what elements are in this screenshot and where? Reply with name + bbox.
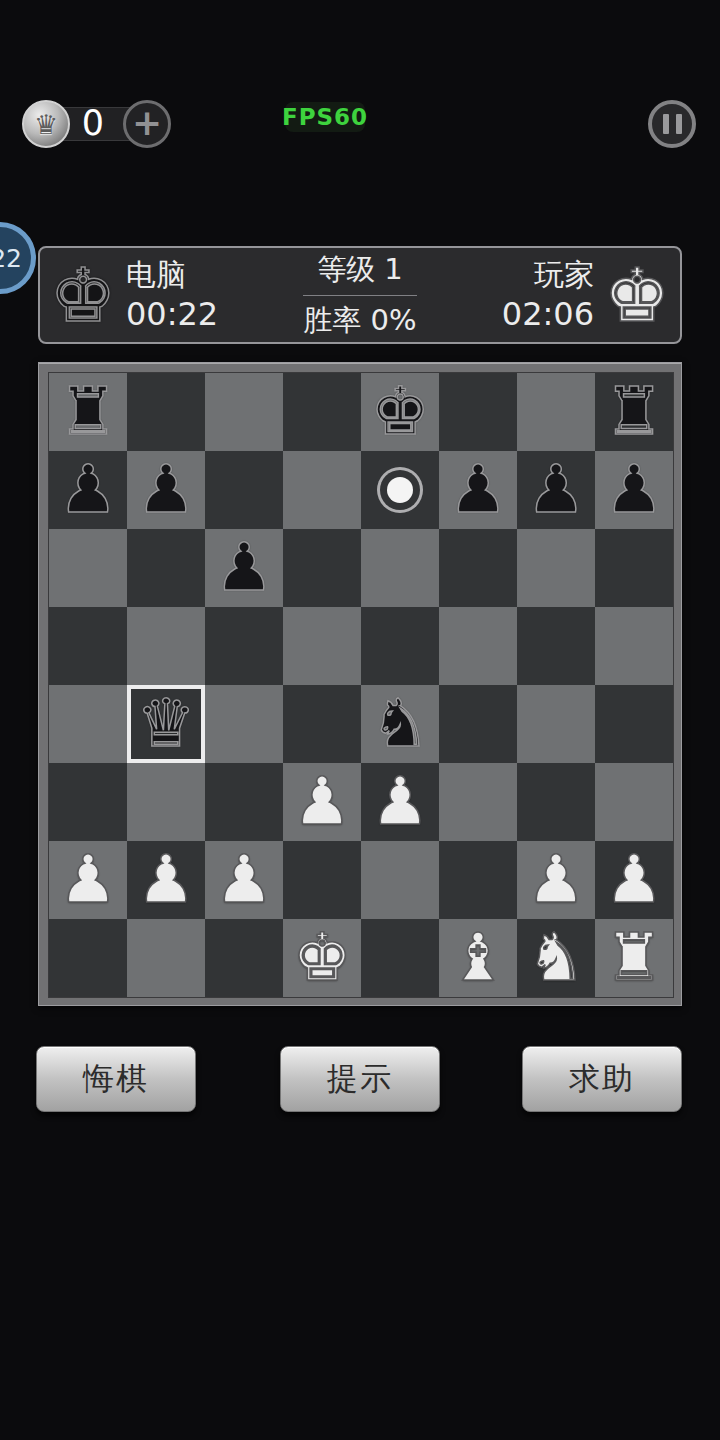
square-d7[interactable]	[283, 451, 361, 529]
square-a8[interactable]: ♜	[49, 373, 127, 451]
black-pawn: ♟	[136, 457, 195, 523]
square-b4[interactable]: ♛	[127, 685, 205, 763]
square-f1[interactable]: ♝	[439, 919, 517, 997]
square-c2[interactable]: ♟	[205, 841, 283, 919]
square-d4[interactable]	[283, 685, 361, 763]
square-e4[interactable]: ♞	[361, 685, 439, 763]
floating-side-badge[interactable]: 22	[0, 222, 36, 294]
square-d8[interactable]	[283, 373, 361, 451]
square-d1[interactable]: ♚	[283, 919, 361, 997]
square-h6[interactable]	[595, 529, 673, 607]
square-d5[interactable]	[283, 607, 361, 685]
square-e1[interactable]	[361, 919, 439, 997]
ask-help-button[interactable]: 求助	[522, 1046, 682, 1112]
black-pawn: ♟	[58, 457, 117, 523]
white-pawn: ♟	[370, 769, 429, 835]
computer-name: 电脑	[126, 256, 218, 294]
white-pawn: ♟	[526, 847, 585, 913]
square-a7[interactable]: ♟	[49, 451, 127, 529]
white-king: ♚	[292, 925, 351, 991]
hint-button[interactable]: 提示	[280, 1046, 440, 1112]
pause-icon	[663, 114, 669, 134]
game-screen: ♛ 0 + FPS60 22 ♚ 电脑 00:22 等级 1 胜率 0% 玩家 …	[0, 0, 720, 1440]
square-f6[interactable]	[439, 529, 517, 607]
square-c3[interactable]	[205, 763, 283, 841]
player-name: 玩家	[534, 256, 594, 294]
square-f4[interactable]	[439, 685, 517, 763]
square-a2[interactable]: ♟	[49, 841, 127, 919]
board-frame: ♜♚♜♟♟♟♟♟♟♛♞♟♟♟♟♟♟♟♚♝♞♜	[38, 362, 682, 1006]
square-e7[interactable]	[361, 451, 439, 529]
white-rook: ♜	[604, 925, 663, 991]
square-b5[interactable]	[127, 607, 205, 685]
win-rate-label: 胜率 0%	[303, 301, 416, 341]
fps-badge: FPS60	[285, 102, 365, 132]
square-d2[interactable]	[283, 841, 361, 919]
player-info: 玩家 02:06	[502, 256, 594, 334]
white-knight: ♞	[526, 925, 585, 991]
black-rook: ♜	[58, 379, 117, 445]
square-c7[interactable]	[205, 451, 283, 529]
square-b6[interactable]	[127, 529, 205, 607]
square-f7[interactable]: ♟	[439, 451, 517, 529]
black-king-icon: ♚	[40, 252, 126, 338]
computer-clock: 00:22	[126, 294, 218, 334]
square-e5[interactable]	[361, 607, 439, 685]
square-g6[interactable]	[517, 529, 595, 607]
square-b1[interactable]	[127, 919, 205, 997]
players-panel: ♚ 电脑 00:22 等级 1 胜率 0% 玩家 02:06 ♚	[38, 246, 682, 344]
black-queen: ♛	[136, 691, 195, 757]
square-a5[interactable]	[49, 607, 127, 685]
square-a3[interactable]	[49, 763, 127, 841]
match-info: 等级 1 胜率 0%	[218, 250, 502, 341]
white-pawn: ♟	[604, 847, 663, 913]
square-g7[interactable]: ♟	[517, 451, 595, 529]
square-a6[interactable]	[49, 529, 127, 607]
white-pawn: ♟	[292, 769, 351, 835]
coin-count-value: 0	[70, 103, 116, 143]
square-b3[interactable]	[127, 763, 205, 841]
white-bishop: ♝	[448, 925, 507, 991]
square-c8[interactable]	[205, 373, 283, 451]
player-clock: 02:06	[502, 294, 594, 334]
square-h8[interactable]: ♜	[595, 373, 673, 451]
square-g8[interactable]	[517, 373, 595, 451]
black-knight: ♞	[370, 691, 429, 757]
square-h3[interactable]	[595, 763, 673, 841]
square-e6[interactable]	[361, 529, 439, 607]
undo-move-button[interactable]: 悔棋	[36, 1046, 196, 1112]
square-d3[interactable]: ♟	[283, 763, 361, 841]
add-coins-button[interactable]: +	[123, 100, 171, 148]
square-h7[interactable]: ♟	[595, 451, 673, 529]
black-king: ♚	[370, 379, 429, 445]
black-pawn: ♟	[448, 457, 507, 523]
square-c5[interactable]	[205, 607, 283, 685]
white-king-icon: ♚	[594, 252, 680, 338]
square-f3[interactable]	[439, 763, 517, 841]
square-a1[interactable]	[49, 919, 127, 997]
chess-board: ♜♚♜♟♟♟♟♟♟♛♞♟♟♟♟♟♟♟♚♝♞♜	[48, 372, 674, 998]
plus-icon: +	[132, 105, 162, 141]
square-c6[interactable]: ♟	[205, 529, 283, 607]
white-pawn: ♟	[214, 847, 273, 913]
black-pawn: ♟	[526, 457, 585, 523]
square-e3[interactable]: ♟	[361, 763, 439, 841]
coin-counter: ♛ 0 +	[22, 100, 182, 148]
square-c4[interactable]	[205, 685, 283, 763]
square-b7[interactable]: ♟	[127, 451, 205, 529]
square-h2[interactable]: ♟	[595, 841, 673, 919]
pause-icon	[676, 114, 682, 134]
square-g3[interactable]	[517, 763, 595, 841]
square-h5[interactable]	[595, 607, 673, 685]
pause-button[interactable]	[648, 100, 696, 148]
move-indicator-dot	[387, 477, 413, 503]
black-pawn: ♟	[214, 535, 273, 601]
square-g2[interactable]: ♟	[517, 841, 595, 919]
white-pawn: ♟	[136, 847, 195, 913]
square-e2[interactable]	[361, 841, 439, 919]
square-g5[interactable]	[517, 607, 595, 685]
crown-coin-icon: ♛	[22, 100, 70, 148]
square-d6[interactable]	[283, 529, 361, 607]
black-pawn: ♟	[604, 457, 663, 523]
level-label: 等级 1	[303, 250, 417, 296]
square-g1[interactable]: ♞	[517, 919, 595, 997]
computer-info: 电脑 00:22	[126, 256, 218, 334]
square-c1[interactable]	[205, 919, 283, 997]
square-b8[interactable]	[127, 373, 205, 451]
square-a4[interactable]	[49, 685, 127, 763]
square-f8[interactable]	[439, 373, 517, 451]
square-f2[interactable]	[439, 841, 517, 919]
black-rook: ♜	[604, 379, 663, 445]
square-h1[interactable]: ♜	[595, 919, 673, 997]
square-g4[interactable]	[517, 685, 595, 763]
square-b2[interactable]: ♟	[127, 841, 205, 919]
square-h4[interactable]	[595, 685, 673, 763]
white-pawn: ♟	[58, 847, 117, 913]
square-f5[interactable]	[439, 607, 517, 685]
square-e8[interactable]: ♚	[361, 373, 439, 451]
